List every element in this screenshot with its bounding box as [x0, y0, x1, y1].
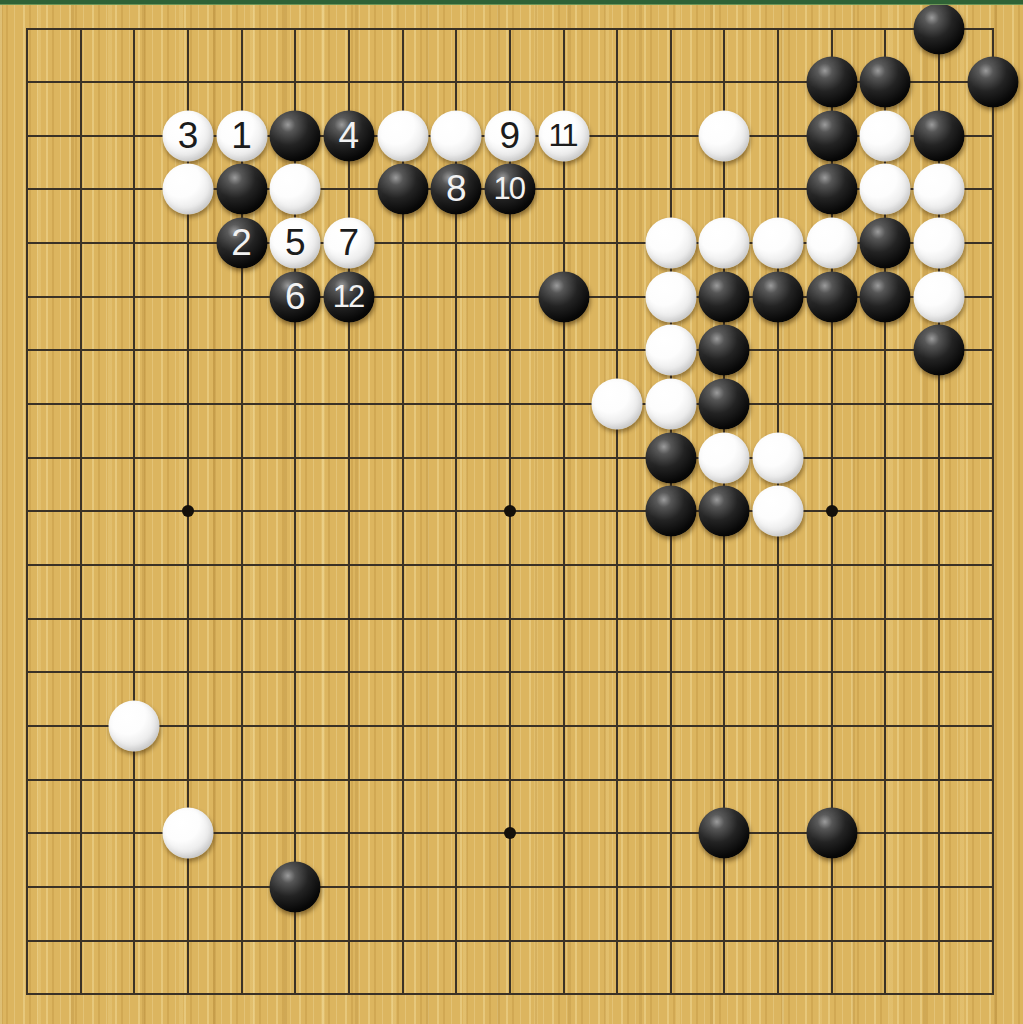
move-number-label: 1 [231, 116, 252, 155]
move-number-label: 5 [285, 224, 306, 263]
go-board: 314911810257612 [0, 0, 1023, 1024]
stone-black [753, 271, 804, 322]
grid-line-horizontal [26, 940, 994, 942]
stone-black [914, 110, 965, 161]
stone-white [860, 110, 911, 161]
stone-black [806, 271, 857, 322]
stone-white [592, 379, 643, 430]
grid-line-vertical [992, 28, 994, 996]
grid-line-horizontal [26, 886, 994, 888]
stone-black-move-2: 2 [216, 218, 267, 269]
stone-black [806, 808, 857, 859]
top-green-strip [0, 0, 1023, 5]
stone-white [162, 164, 213, 215]
stone-white [377, 110, 428, 161]
stone-white-move-1: 1 [216, 110, 267, 161]
grid-line-horizontal [26, 779, 994, 781]
stone-black [806, 57, 857, 108]
grid-line-vertical [563, 28, 565, 996]
stone-white [645, 325, 696, 376]
move-number-label: 2 [231, 224, 252, 263]
stone-black [270, 110, 321, 161]
stone-black [967, 57, 1018, 108]
move-number-label: 6 [285, 277, 306, 316]
stone-black [914, 3, 965, 54]
stone-black [645, 486, 696, 537]
move-number-label: 4 [339, 116, 360, 155]
stone-black [860, 218, 911, 269]
move-number-label: 3 [178, 116, 199, 155]
move-number-label: 7 [339, 224, 360, 263]
stone-white [645, 271, 696, 322]
stone-white [162, 808, 213, 859]
move-number-label: 11 [548, 119, 576, 152]
stone-white [645, 218, 696, 269]
stone-black-move-12: 12 [323, 271, 374, 322]
move-number-label: 10 [494, 173, 524, 206]
stone-white [753, 432, 804, 483]
stone-white-move-3: 3 [162, 110, 213, 161]
grid-line-vertical [616, 28, 618, 996]
stone-white [914, 271, 965, 322]
grid-line-horizontal [26, 618, 994, 620]
stone-black [806, 110, 857, 161]
stone-white [753, 486, 804, 537]
stone-white-move-9: 9 [484, 110, 535, 161]
stone-white-move-7: 7 [323, 218, 374, 269]
stone-black [699, 325, 750, 376]
stone-black-move-6: 6 [270, 271, 321, 322]
grid-line-horizontal [26, 671, 994, 673]
stone-black [806, 164, 857, 215]
stone-white [699, 218, 750, 269]
stone-black [270, 861, 321, 912]
stone-white [914, 218, 965, 269]
stone-black-move-8: 8 [431, 164, 482, 215]
stone-white [645, 379, 696, 430]
stone-white [753, 218, 804, 269]
move-number-label: 8 [446, 170, 467, 209]
stone-white-move-5: 5 [270, 218, 321, 269]
stone-white [699, 432, 750, 483]
grid-line-horizontal [26, 993, 994, 995]
move-number-label: 9 [500, 116, 521, 155]
stone-black [538, 271, 589, 322]
stone-white [914, 164, 965, 215]
grid-line-horizontal [26, 564, 994, 566]
move-number-label: 12 [333, 280, 363, 313]
stone-black [914, 325, 965, 376]
stone-black [699, 271, 750, 322]
stone-white [109, 700, 160, 751]
star-point [826, 505, 838, 517]
stone-white [270, 164, 321, 215]
stone-white [699, 110, 750, 161]
star-point [504, 505, 516, 517]
stone-black [699, 486, 750, 537]
go-diagram: 314911810257612 [0, 0, 1023, 1024]
stone-black [860, 57, 911, 108]
star-point [182, 505, 194, 517]
stone-white [806, 218, 857, 269]
stone-black [645, 432, 696, 483]
stone-black [860, 271, 911, 322]
stone-black-move-4: 4 [323, 110, 374, 161]
stone-white [431, 110, 482, 161]
stone-white-move-11: 11 [538, 110, 589, 161]
star-point [504, 827, 516, 839]
stone-black-move-10: 10 [484, 164, 535, 215]
stone-black [377, 164, 428, 215]
stone-white [860, 164, 911, 215]
stone-black [699, 379, 750, 430]
grid-line-horizontal [26, 725, 994, 727]
stone-black [216, 164, 267, 215]
stone-black [699, 808, 750, 859]
